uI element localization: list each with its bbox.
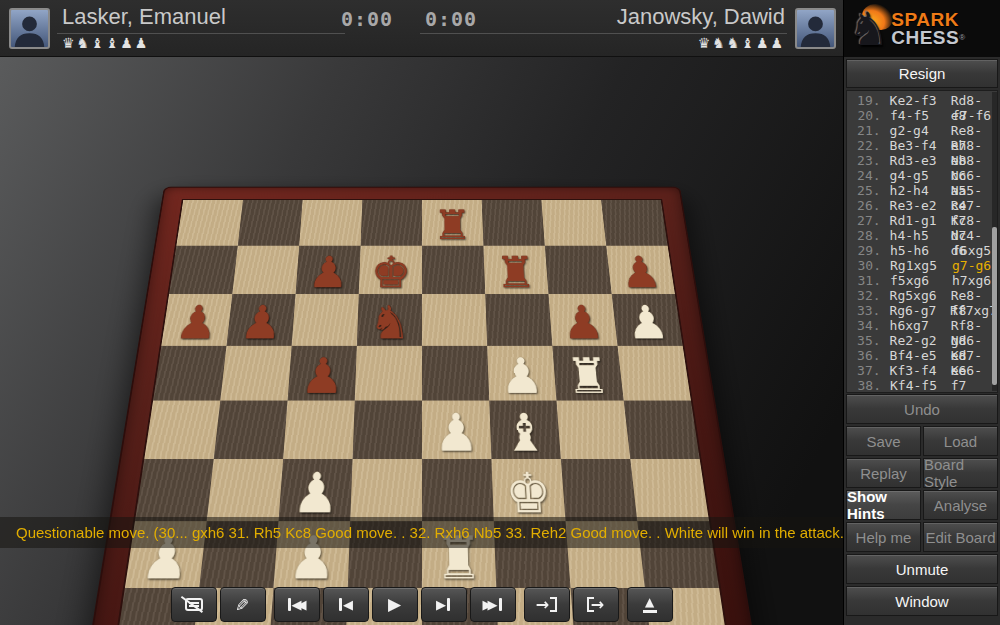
move-row-31[interactable]: 31.f5xg6h7xg6 (853, 273, 997, 288)
eject-icon: ▲ (643, 596, 657, 613)
move-row-25[interactable]: 25.h2-h4Na5-c4 (853, 183, 997, 198)
avatar-black-player (795, 8, 836, 49)
move-row-37[interactable]: 37.Kf3-f4Ke6-f7 (853, 363, 997, 378)
square-f5[interactable]: ♟ (487, 346, 556, 401)
board-frame: ♜♟♚♜♟♟♟♞♟♟♟♟♜♟♝♟♚♟♟♜ (82, 187, 762, 625)
step-forward-button[interactable]: ▶ (421, 587, 467, 622)
square-a4[interactable] (144, 401, 220, 459)
move-row-27[interactable]: 27.Rd1-g1Kc8-d7 (853, 213, 997, 228)
black-player-name: Janowsky, Dawid (617, 4, 785, 30)
white-move[interactable]: Rg1xg5 (890, 258, 952, 273)
white-move[interactable]: g2-g4 (890, 123, 951, 138)
square-h6[interactable]: ♟ (611, 294, 682, 346)
chess-board: ♜♟♚♜♟♟♟♞♟♟♟♟♜♟♝♟♚♟♟♜ (82, 187, 762, 625)
move-row-20[interactable]: 20.f4-f5f7-f6 (853, 108, 997, 123)
square-a3[interactable] (134, 459, 213, 521)
white-move[interactable]: f5xg6 (890, 273, 952, 288)
black-move[interactable]: Nd6-e8 (951, 333, 997, 348)
white-move[interactable]: h2-h4 (890, 183, 951, 198)
white-king-f3[interactable]: ♚ (491, 466, 565, 522)
sign-in-icon: → (536, 597, 549, 613)
black-move[interactable]: Rf7xg7 (950, 303, 997, 318)
white-move[interactable]: Re2-g2 (890, 333, 951, 348)
square-b4[interactable] (213, 401, 287, 459)
square-f6[interactable] (485, 294, 552, 346)
move-list-scrollbar[interactable] (992, 92, 997, 391)
black-rook-f7[interactable]: ♜ (483, 251, 548, 294)
white-move[interactable]: Rd1-g1 (890, 213, 951, 228)
move-number: 23. (853, 153, 881, 168)
white-move[interactable]: g4-g5 (890, 168, 951, 183)
undo-button[interactable]: Undo (846, 394, 998, 424)
white-move[interactable]: h6xg7 (890, 318, 951, 333)
square-h4[interactable] (623, 401, 699, 459)
black-move[interactable]: Kc8-d7 (951, 213, 997, 228)
move-number: 19. (853, 93, 881, 108)
move-row-32[interactable]: 32.Rg5xg6Re8-f8 (853, 288, 997, 303)
eject-button[interactable]: ▲ (627, 587, 673, 622)
brand-chess: CHESS (891, 27, 959, 48)
move-row-30[interactable]: 30.Rg1xg5g7-g6 (853, 258, 997, 273)
black-pawn-a6[interactable]: ♟ (161, 300, 231, 346)
move-number: 28. (853, 228, 881, 243)
move-row-21[interactable]: 21.g2-g4Re8-e7 (853, 123, 997, 138)
move-number: 34. (853, 318, 881, 333)
square-d4[interactable] (352, 401, 421, 459)
black-move[interactable]: Re8-e7 (951, 123, 997, 138)
square-b8[interactable] (237, 200, 302, 246)
divider (420, 33, 787, 34)
replay-button[interactable]: Replay (846, 458, 921, 488)
white-rook-g5[interactable]: ♜ (552, 352, 623, 401)
move-number: 30. (853, 258, 881, 273)
white-pawn-h6[interactable]: ♟ (612, 300, 682, 346)
move-row-28[interactable]: 28.h4-h5Nc4-d6 (853, 228, 997, 243)
square-b3[interactable] (206, 459, 282, 521)
black-move[interactable]: Nb8-c6 (951, 153, 997, 168)
square-e5[interactable] (422, 346, 489, 401)
square-f3[interactable]: ♚ (491, 459, 565, 521)
sidebar-button-row: Undo (846, 394, 998, 424)
square-c4[interactable] (283, 401, 355, 459)
black-clock: 0:00 (425, 7, 477, 31)
chat-icon (185, 598, 203, 611)
avatar-white-player (9, 8, 50, 49)
white-pawn-f5[interactable]: ♟ (487, 352, 556, 401)
square-g6[interactable]: ♟ (548, 294, 617, 346)
move-row-36[interactable]: 36.Bf4-e5Kd7-e6 (853, 348, 997, 363)
black-move[interactable]: Rd8-e8 (951, 93, 997, 108)
black-move[interactable]: Nc6-a5 (951, 168, 997, 183)
move-number: 31. (853, 273, 881, 288)
black-move[interactable]: Rf8-g8 (951, 318, 997, 333)
move-number: 20. (853, 108, 881, 123)
black-move[interactable]: f6xg5 (952, 243, 991, 258)
black-pawn-b6[interactable]: ♟ (226, 300, 295, 346)
black-knight-d6[interactable]: ♞ (356, 300, 421, 346)
help-me-button[interactable]: Help me (846, 522, 921, 552)
sign-out-button[interactable]: → (573, 587, 619, 622)
black-move[interactable]: Nc4-d6 (951, 228, 997, 243)
replay-toolbar: ✎◀◀◀▶▶▶▶→→▲ (0, 587, 843, 622)
move-number: 22. (853, 138, 881, 153)
move-number: 36. (853, 348, 881, 363)
move-row-35[interactable]: 35.Re2-g2Nd6-e8 (853, 333, 997, 348)
sidebar-button-row: SaveLoad (846, 426, 998, 456)
square-d6[interactable]: ♞ (356, 294, 421, 346)
move-number: 26. (853, 198, 881, 213)
chat-button[interactable] (171, 587, 217, 622)
move-row-23[interactable]: 23.Rd3-e3Nb8-c6 (853, 153, 997, 168)
square-a5[interactable] (153, 346, 226, 401)
step-back-icon (339, 598, 342, 611)
show-hints-button[interactable]: Show Hints (846, 490, 921, 520)
square-c3[interactable]: ♟ (278, 459, 352, 521)
step-forward-icon: ▶ (436, 598, 446, 611)
white-move[interactable]: Rg5xg6 (890, 288, 951, 303)
square-c6[interactable] (291, 294, 358, 346)
scrollbar-thumb[interactable] (992, 227, 997, 385)
sign-in-button[interactable]: → (524, 587, 570, 622)
black-move[interactable]: Ke6-f7 (951, 363, 997, 378)
square-d8[interactable] (360, 200, 421, 246)
board-grid: ♜♟♚♜♟♟♟♞♟♟♟♟♜♟♝♟♚♟♟♜ (111, 199, 731, 625)
player-bar: Lasker, Emanuel ♛♞♝♝♟♟ 0:00 0:00 Janowsk… (0, 0, 843, 57)
move-row-19[interactable]: 19.Ke2-f3Rd8-e8 (853, 93, 997, 108)
save-button[interactable]: Save (846, 426, 921, 456)
move-number: 25. (853, 183, 881, 198)
skip-end-button[interactable]: ▶▶ (470, 587, 516, 622)
square-d5[interactable] (354, 346, 421, 401)
move-row-24[interactable]: 24.g4-g5Nc6-a5 (853, 168, 997, 183)
move-row-22[interactable]: 22.Be3-f4Rh8-e8 (853, 138, 997, 153)
white-pawn-c3[interactable]: ♟ (278, 466, 352, 522)
black-move[interactable]: g7-g6 (952, 258, 991, 273)
square-e3[interactable] (422, 459, 494, 521)
square-e8[interactable]: ♜ (422, 200, 483, 246)
play-icon: ▶ (388, 596, 401, 613)
window-button[interactable]: Window (846, 586, 998, 616)
board-style-button[interactable]: Board Style (923, 458, 998, 488)
black-pawn-c5[interactable]: ♟ (287, 352, 356, 401)
square-b6[interactable]: ♟ (226, 294, 295, 346)
black-pawn-g6[interactable]: ♟ (548, 300, 617, 346)
board-scene: ♜♟♚♜♟♟♟♞♟♟♟♟♜♟♝♟♚♟♟♜ Questionable move. … (0, 57, 843, 625)
divider (57, 33, 345, 34)
black-pawn-c7[interactable]: ♟ (295, 251, 360, 294)
square-b5[interactable] (220, 346, 291, 401)
analyse-button[interactable]: Analyse (923, 490, 998, 520)
white-move[interactable]: f4-f5 (890, 108, 952, 123)
square-h5[interactable] (617, 346, 690, 401)
white-move[interactable]: Rd3-e3 (890, 153, 951, 168)
white-bishop-f4[interactable]: ♝ (489, 407, 560, 459)
white-move[interactable]: h5-h6 (890, 243, 952, 258)
square-e4[interactable]: ♟ (422, 401, 491, 459)
move-row-29[interactable]: 29.h5-h6f6xg5 (853, 243, 997, 258)
load-button[interactable]: Load (923, 426, 998, 456)
square-d7[interactable]: ♚ (358, 246, 421, 295)
square-c8[interactable] (299, 200, 362, 246)
white-move[interactable]: Kf3-f4 (890, 363, 951, 378)
sidebar-button-row: ReplayBoard Style (846, 458, 998, 488)
black-move[interactable]: h7xg6 (952, 273, 991, 288)
play-button[interactable]: ▶ (372, 587, 418, 622)
square-f4[interactable]: ♝ (489, 401, 561, 459)
square-f8[interactable] (481, 200, 544, 246)
analysis-comment: Questionable move. (30... gxh6 31. Rh5 K… (0, 517, 843, 548)
sidebar-button-row: Unmute (846, 554, 998, 584)
square-g8[interactable] (541, 200, 606, 246)
move-row-34[interactable]: 34.h6xg7Rf8-g8 (853, 318, 997, 333)
square-a6[interactable]: ♟ (161, 294, 232, 346)
edit-board-button[interactable]: Edit Board (923, 522, 998, 552)
black-rook-e8[interactable]: ♜ (422, 205, 483, 246)
square-f7[interactable]: ♜ (483, 246, 548, 295)
square-c7[interactable]: ♟ (295, 246, 360, 295)
black-move[interactable]: Na5-c4 (951, 183, 997, 198)
move-number: 38. (853, 378, 881, 393)
move-number: 35. (853, 333, 881, 348)
white-move[interactable]: Be3-f4 (890, 138, 951, 153)
move-number: 37. (853, 363, 881, 378)
square-g3[interactable] (560, 459, 636, 521)
move-number: 29. (853, 243, 881, 258)
move-row-33[interactable]: 33.Rg6-g7Rf7xg7 (853, 303, 997, 318)
move-list: 19.Ke2-f3Rd8-e820.f4-f5f7-f621.g2-g4Re8-… (846, 90, 998, 393)
sidebar-buttons: UndoSaveLoadReplayBoard StyleShow HintsA… (846, 394, 998, 618)
square-g7[interactable] (544, 246, 611, 295)
move-number: 27. (853, 213, 881, 228)
sidebar: ♞ SPARK CHESS® Resign 19.Ke2-f3Rd8-e820.… (843, 0, 1000, 625)
square-h7[interactable]: ♟ (606, 246, 675, 295)
sidebar-button-row: Show HintsAnalyse (846, 490, 998, 520)
black-pawn-h7[interactable]: ♟ (606, 251, 674, 294)
edit-button[interactable]: ✎ (220, 587, 266, 622)
move-number: 24. (853, 168, 881, 183)
unmute-button[interactable]: Unmute (846, 554, 998, 584)
sidebar-button-row: Window (846, 586, 998, 616)
skip-start-button[interactable]: ◀◀ (274, 587, 320, 622)
sparkchess-logo: ♞ SPARK CHESS® (844, 0, 1000, 57)
white-move[interactable]: Ke2-f3 (890, 93, 951, 108)
move-number: 33. (853, 303, 880, 318)
white-pawn-e4[interactable]: ♟ (422, 407, 491, 459)
captured-tray-left: ♛♞♝♝♟♟ (62, 35, 149, 51)
square-h8[interactable] (601, 200, 668, 246)
white-move[interactable]: Rg6-g7 (889, 303, 950, 318)
move-row-38[interactable]: 38.Kf4-f5 (853, 378, 997, 393)
move-row-26[interactable]: 26.Re3-e2Re7-f7 (853, 198, 997, 213)
captured-tray-right: ♛♞♞♝♟♟ (698, 35, 785, 51)
white-move[interactable]: Bf4-e5 (890, 348, 951, 363)
black-move[interactable]: Re8-f8 (951, 288, 997, 303)
square-e7[interactable] (422, 246, 485, 295)
skip-start-icon (288, 598, 291, 611)
sparkchess-app: Lasker, Emanuel ♛♞♝♝♟♟ 0:00 0:00 Janowsk… (0, 0, 1000, 625)
white-move[interactable]: h4-h5 (890, 228, 951, 243)
step-back-button[interactable]: ◀ (323, 587, 369, 622)
square-b7[interactable] (232, 246, 299, 295)
knight-logo-icon: ♞ (848, 6, 889, 52)
white-move[interactable]: Kf4-f5 (890, 378, 952, 393)
white-clock: 0:00 (341, 7, 393, 31)
square-h3[interactable] (630, 459, 709, 521)
white-move[interactable]: Re3-e2 (890, 198, 951, 213)
black-move[interactable]: f7-f6 (952, 108, 991, 123)
square-g4[interactable] (556, 401, 630, 459)
black-move[interactable]: Kd7-e6 (951, 348, 997, 363)
square-g5[interactable]: ♜ (552, 346, 623, 401)
sidebar-button-row: Help meEdit Board (846, 522, 998, 552)
black-king-d7[interactable]: ♚ (358, 251, 421, 294)
black-move[interactable]: Re7-f7 (951, 198, 997, 213)
square-a7[interactable] (169, 246, 238, 295)
registered-mark: ® (959, 33, 965, 42)
square-e6[interactable] (422, 294, 487, 346)
square-c5[interactable]: ♟ (287, 346, 356, 401)
move-number: 21. (853, 123, 881, 138)
resign-button[interactable]: Resign (846, 59, 998, 88)
move-number: 32. (853, 288, 881, 303)
white-player-name: Lasker, Emanuel (62, 4, 226, 30)
square-a8[interactable] (176, 200, 243, 246)
square-d3[interactable] (350, 459, 422, 521)
black-move[interactable]: Rh8-e8 (951, 138, 997, 153)
edit-icon: ✎ (235, 595, 249, 615)
